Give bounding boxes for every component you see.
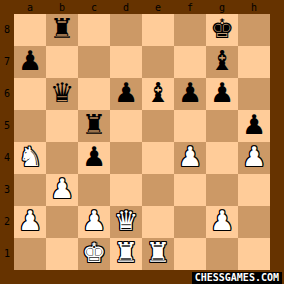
square-c2: ♟ [78,206,110,238]
board-frame: abcdefgh 87654321 ♜♚♟♝♛♟♝♟♟♜♟♞♟♟♟♟♟♟♛♟♚♜… [0,0,284,284]
square-e3 [142,174,174,206]
square-d1: ♜ [110,238,142,270]
piece-white-knight-a4: ♞ [18,142,42,173]
square-d6: ♟ [110,78,142,110]
square-c5: ♜ [78,110,110,142]
square-b3: ♟ [46,174,78,206]
square-g8: ♚ [206,14,238,46]
piece-white-king-c1: ♚ [82,238,106,269]
square-f3 [174,174,206,206]
piece-black-bishop-e6: ♝ [146,78,170,109]
file-label-d: d [110,0,142,14]
piece-black-bishop-g7: ♝ [210,46,234,77]
square-c6 [78,78,110,110]
file-label-g: g [206,0,238,14]
file-label-c: c [78,0,110,14]
square-h1 [238,238,270,270]
piece-black-rook-b8: ♜ [50,14,74,45]
rank-labels: 87654321 [0,14,14,270]
piece-white-queen-d2: ♛ [114,206,138,237]
file-label-f: f [174,0,206,14]
chess-diagram: abcdefgh 87654321 ♜♚♟♝♛♟♝♟♟♜♟♞♟♟♟♟♟♟♛♟♚♜… [0,0,284,284]
square-d7 [110,46,142,78]
square-f2 [174,206,206,238]
square-e1: ♜ [142,238,174,270]
piece-white-pawn-f4: ♟ [178,142,202,173]
piece-black-pawn-d6: ♟ [114,78,138,109]
square-g2: ♟ [206,206,238,238]
square-a8 [14,14,46,46]
square-h7 [238,46,270,78]
square-f1 [174,238,206,270]
square-b7 [46,46,78,78]
square-g3 [206,174,238,206]
piece-black-pawn-a7: ♟ [18,46,42,77]
piece-black-pawn-f6: ♟ [178,78,202,109]
square-h3 [238,174,270,206]
square-b5 [46,110,78,142]
square-a3 [14,174,46,206]
square-f7 [174,46,206,78]
site-watermark: CHESSGAMES.COM [192,272,282,284]
piece-black-pawn-c4: ♟ [82,142,106,173]
file-label-h: h [238,0,270,14]
square-h6 [238,78,270,110]
square-d4 [110,142,142,174]
square-e8 [142,14,174,46]
square-c1: ♚ [78,238,110,270]
square-e2 [142,206,174,238]
rank-label-2: 2 [0,206,14,238]
square-g1 [206,238,238,270]
square-f8 [174,14,206,46]
square-b1 [46,238,78,270]
piece-black-king-g8: ♚ [210,14,234,45]
rank-label-6: 6 [0,78,14,110]
square-a6 [14,78,46,110]
square-f4: ♟ [174,142,206,174]
square-b4 [46,142,78,174]
square-a2: ♟ [14,206,46,238]
square-g6: ♟ [206,78,238,110]
rank-label-4: 4 [0,142,14,174]
square-c4: ♟ [78,142,110,174]
piece-black-rook-c5: ♜ [82,110,106,141]
square-e4 [142,142,174,174]
file-label-a: a [14,0,46,14]
square-a7: ♟ [14,46,46,78]
piece-white-pawn-c2: ♟ [82,206,106,237]
square-d5 [110,110,142,142]
square-h2 [238,206,270,238]
piece-black-pawn-g6: ♟ [210,78,234,109]
piece-white-pawn-h4: ♟ [242,142,266,173]
square-h8 [238,14,270,46]
square-d8 [110,14,142,46]
square-b8: ♜ [46,14,78,46]
square-g5 [206,110,238,142]
square-a5 [14,110,46,142]
piece-white-pawn-b3: ♟ [50,174,74,205]
square-e6: ♝ [142,78,174,110]
square-a1 [14,238,46,270]
square-f5 [174,110,206,142]
square-d3 [110,174,142,206]
chess-board: ♜♚♟♝♛♟♝♟♟♜♟♞♟♟♟♟♟♟♛♟♚♜♜ [14,14,270,270]
rank-label-3: 3 [0,174,14,206]
square-g7: ♝ [206,46,238,78]
piece-white-pawn-a2: ♟ [18,206,42,237]
rank-label-5: 5 [0,110,14,142]
file-labels: abcdefgh [14,0,270,14]
square-f6: ♟ [174,78,206,110]
square-c7 [78,46,110,78]
rank-label-8: 8 [0,14,14,46]
piece-black-queen-b6: ♛ [50,78,74,109]
square-e7 [142,46,174,78]
square-g4 [206,142,238,174]
square-a4: ♞ [14,142,46,174]
file-label-e: e [142,0,174,14]
square-b2 [46,206,78,238]
piece-white-pawn-g2: ♟ [210,206,234,237]
piece-white-rook-d1: ♜ [114,238,138,269]
square-c8 [78,14,110,46]
rank-label-1: 1 [0,238,14,270]
square-b6: ♛ [46,78,78,110]
square-d2: ♛ [110,206,142,238]
square-h4: ♟ [238,142,270,174]
square-h5: ♟ [238,110,270,142]
piece-black-pawn-h5: ♟ [242,110,266,141]
rank-label-7: 7 [0,46,14,78]
piece-white-rook-e1: ♜ [146,238,170,269]
file-label-b: b [46,0,78,14]
square-c3 [78,174,110,206]
square-e5 [142,110,174,142]
